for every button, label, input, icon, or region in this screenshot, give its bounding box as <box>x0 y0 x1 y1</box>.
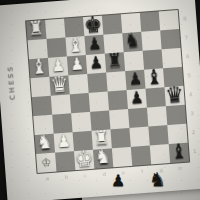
square-c2 <box>73 131 93 151</box>
square-e8 <box>102 14 122 34</box>
square-b3 <box>52 113 72 133</box>
square-d5 <box>87 73 107 93</box>
piece-black-pawn-d7: ♟ <box>87 34 102 52</box>
square-e6: ♜ <box>105 52 125 72</box>
square-d6: ♟ <box>86 54 106 74</box>
square-f8 <box>121 13 141 33</box>
square-b4 <box>51 94 71 114</box>
square-e5 <box>106 71 126 91</box>
square-d8: ♚ <box>83 16 103 36</box>
piece-black-pawn-d6: ♟ <box>89 53 104 71</box>
piece-white-pawn-c6: ♟ <box>70 55 85 73</box>
square-f4: ♟ <box>127 89 147 109</box>
file-label-b: b <box>57 173 76 180</box>
file-label-h: h <box>170 165 189 172</box>
square-g2 <box>148 125 168 145</box>
piece-black-bishop-h1: ♝ <box>170 140 188 161</box>
board-brand-text: CHESS <box>6 64 17 100</box>
rank-label-8: 8 <box>183 9 188 28</box>
square-f6 <box>124 51 144 71</box>
square-a5 <box>30 77 50 97</box>
square-e7 <box>103 33 123 53</box>
square-g6 <box>143 49 163 69</box>
piece-black-pawn-f5: ♟ <box>128 70 143 88</box>
square-c3 <box>71 112 91 132</box>
piece-white-pawn-b6: ♟ <box>51 56 66 74</box>
square-h5 <box>163 67 183 87</box>
square-c5 <box>68 74 88 94</box>
square-h7 <box>160 29 180 49</box>
square-a2: ♞ <box>35 134 55 154</box>
piece-black-bishop-g5: ♝ <box>145 66 163 87</box>
photo-scene: CHESS ♜♚♝♟♞♝♟♟♟♜♛♟♝♟♛♞♟♜♔♚♞♝ abcdefgh 87… <box>0 0 200 200</box>
piece-black-pawn-f4: ♟ <box>129 88 144 106</box>
square-c1: ♚ <box>74 150 94 170</box>
chessboard-mat: CHESS ♜♚♝♟♞♝♟♟♟♜♛♟♝♟♛♞♟♜♔♚♞♝ abcdefgh 87… <box>0 0 200 200</box>
rank-label-5: 5 <box>187 66 192 85</box>
piece-white-knight-a2: ♞ <box>36 132 53 152</box>
square-b1 <box>55 151 75 171</box>
chess-board: ♜♚♝♟♞♝♟♟♟♜♛♟♝♟♛♞♟♜♔♚♞♝ <box>26 10 189 173</box>
square-a6: ♝ <box>29 58 49 78</box>
piece-white-bishop-a6: ♝ <box>30 56 48 77</box>
board-logo-crest: ♔ <box>36 153 56 173</box>
square-a8: ♜ <box>26 20 46 40</box>
square-a7 <box>28 39 48 59</box>
square-f2 <box>129 127 149 147</box>
square-f3 <box>128 108 148 128</box>
piece-black-knight-f7: ♞ <box>124 30 141 50</box>
square-b8 <box>45 19 65 39</box>
piece-white-bishop-c7: ♝ <box>67 34 85 55</box>
piece-white-rook-a8: ♜ <box>28 18 45 38</box>
square-d2: ♜ <box>92 129 112 149</box>
rank-label-4: 4 <box>188 85 193 104</box>
rank-label-7: 7 <box>184 28 189 47</box>
square-h3 <box>166 105 186 125</box>
square-c6: ♟ <box>67 55 87 75</box>
square-e2 <box>110 128 130 148</box>
piece-white-rook-d2: ♜ <box>93 128 110 148</box>
square-f1 <box>131 145 151 165</box>
square-b6: ♟ <box>48 56 68 76</box>
square-g4 <box>145 87 165 107</box>
captured-black-pawn: ♟ <box>111 173 125 189</box>
square-h8 <box>159 10 179 30</box>
square-d4 <box>89 91 109 111</box>
file-label-a: a <box>38 175 57 182</box>
square-c7: ♝ <box>65 36 85 56</box>
piece-black-king-d8: ♚ <box>83 12 103 36</box>
square-e1 <box>112 147 132 167</box>
square-c4 <box>70 93 90 113</box>
square-a1: ♔ <box>36 153 56 173</box>
square-a3 <box>33 115 53 135</box>
square-b2: ♟ <box>54 132 74 152</box>
file-label-c: c <box>76 172 95 179</box>
square-d7: ♟ <box>84 35 104 55</box>
square-b7 <box>46 37 66 57</box>
captured-black-knight: ♞ <box>149 170 166 189</box>
square-g7 <box>141 30 161 50</box>
square-g3 <box>147 106 167 126</box>
square-e3 <box>109 109 129 129</box>
square-g5: ♝ <box>144 68 164 88</box>
square-g8 <box>140 11 160 31</box>
square-h6 <box>162 48 182 68</box>
square-d1: ♞ <box>93 148 113 168</box>
square-h4: ♛ <box>164 86 184 106</box>
rank-label-3: 3 <box>190 104 195 123</box>
rank-label-6: 6 <box>186 47 191 66</box>
square-g1 <box>150 144 170 164</box>
square-f7: ♞ <box>122 32 142 52</box>
piece-white-knight-d1: ♞ <box>95 147 112 167</box>
piece-white-pawn-b2: ♟ <box>56 132 71 150</box>
square-h1: ♝ <box>169 143 189 163</box>
square-h2 <box>167 124 187 144</box>
square-c8 <box>64 17 84 37</box>
square-f5: ♟ <box>125 70 145 90</box>
square-b5: ♛ <box>49 75 69 95</box>
rank-label-2: 2 <box>191 123 196 142</box>
square-e4 <box>108 90 128 110</box>
rank-label-1: 1 <box>193 142 198 161</box>
square-a4 <box>32 96 52 116</box>
piece-black-rook-e6: ♜ <box>106 51 123 71</box>
square-d3 <box>90 110 110 130</box>
